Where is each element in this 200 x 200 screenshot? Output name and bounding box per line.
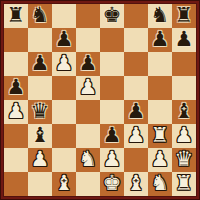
black-queen-icon: ♛ bbox=[31, 100, 50, 123]
square-b6[interactable]: ♟ bbox=[28, 52, 52, 76]
square-d6[interactable]: ♟ bbox=[76, 52, 100, 76]
square-f2[interactable] bbox=[124, 148, 148, 172]
square-b4[interactable]: ♛ bbox=[28, 100, 52, 124]
square-g5[interactable] bbox=[148, 76, 172, 100]
black-pawn-icon: ♟ bbox=[127, 100, 146, 123]
square-a7[interactable] bbox=[4, 28, 28, 52]
square-f1[interactable]: ♝ bbox=[124, 172, 148, 196]
white-rook-icon: ♜ bbox=[151, 124, 170, 147]
square-g1[interactable]: ♞ bbox=[148, 172, 172, 196]
white-pawn-icon: ♟ bbox=[31, 148, 50, 171]
square-a8[interactable]: ♜ bbox=[4, 4, 28, 28]
square-c5[interactable] bbox=[52, 76, 76, 100]
white-pawn-icon: ♟ bbox=[175, 124, 194, 147]
white-pawn-icon: ♟ bbox=[127, 124, 146, 147]
black-rook-icon: ♜ bbox=[175, 4, 194, 27]
black-bishop-icon: ♝ bbox=[31, 124, 50, 147]
square-d4[interactable] bbox=[76, 100, 100, 124]
square-e2[interactable]: ♟ bbox=[100, 148, 124, 172]
square-c4[interactable] bbox=[52, 100, 76, 124]
square-h3[interactable]: ♟ bbox=[172, 124, 196, 148]
square-b5[interactable] bbox=[28, 76, 52, 100]
white-pawn-icon: ♟ bbox=[79, 76, 98, 99]
square-f5[interactable] bbox=[124, 76, 148, 100]
square-g2[interactable]: ♟ bbox=[148, 148, 172, 172]
white-bishop-icon: ♝ bbox=[127, 172, 146, 195]
square-d3[interactable] bbox=[76, 124, 100, 148]
black-pawn-icon: ♟ bbox=[55, 28, 74, 51]
black-king-icon: ♚ bbox=[103, 4, 122, 27]
square-d5[interactable]: ♟ bbox=[76, 76, 100, 100]
square-h2[interactable]: ♛ bbox=[172, 148, 196, 172]
square-b7[interactable] bbox=[28, 28, 52, 52]
square-g8[interactable]: ♞ bbox=[148, 4, 172, 28]
square-e3[interactable]: ♟ bbox=[100, 124, 124, 148]
black-rook-icon: ♜ bbox=[7, 4, 26, 27]
square-d2[interactable]: ♞ bbox=[76, 148, 100, 172]
square-c8[interactable] bbox=[52, 4, 76, 28]
square-c6[interactable]: ♟ bbox=[52, 52, 76, 76]
square-b3[interactable]: ♝ bbox=[28, 124, 52, 148]
black-pawn-icon: ♟ bbox=[175, 28, 194, 51]
square-h6[interactable] bbox=[172, 52, 196, 76]
white-pawn-icon: ♟ bbox=[7, 100, 26, 123]
black-pawn-icon: ♟ bbox=[7, 76, 26, 99]
black-pawn-icon: ♟ bbox=[103, 124, 122, 147]
square-e4[interactable] bbox=[100, 100, 124, 124]
square-b1[interactable] bbox=[28, 172, 52, 196]
square-h1[interactable]: ♜ bbox=[172, 172, 196, 196]
white-pawn-icon: ♟ bbox=[55, 52, 74, 75]
square-c2[interactable] bbox=[52, 148, 76, 172]
square-c3[interactable] bbox=[52, 124, 76, 148]
square-e7[interactable] bbox=[100, 28, 124, 52]
white-bishop-icon: ♝ bbox=[55, 172, 74, 195]
square-h8[interactable]: ♜ bbox=[172, 4, 196, 28]
square-e6[interactable] bbox=[100, 52, 124, 76]
square-a1[interactable] bbox=[4, 172, 28, 196]
square-f4[interactable]: ♟ bbox=[124, 100, 148, 124]
black-knight-icon: ♞ bbox=[151, 4, 170, 27]
white-pawn-icon: ♟ bbox=[103, 148, 122, 171]
white-pawn-icon: ♟ bbox=[151, 148, 170, 171]
square-b2[interactable]: ♟ bbox=[28, 148, 52, 172]
square-c7[interactable]: ♟ bbox=[52, 28, 76, 52]
white-knight-icon: ♞ bbox=[151, 172, 170, 195]
square-a4[interactable]: ♟ bbox=[4, 100, 28, 124]
square-f8[interactable] bbox=[124, 4, 148, 28]
white-king-icon: ♚ bbox=[103, 172, 122, 195]
square-g7[interactable]: ♟ bbox=[148, 28, 172, 52]
board-frame: ♜♞♚♞♜♟♟♟♟♟♟♟♟♟♛♟♝♝♟♟♜♟♟♞♟♟♛♝♚♝♞♜ bbox=[0, 0, 200, 200]
white-queen-icon: ♛ bbox=[175, 148, 194, 171]
square-d8[interactable] bbox=[76, 4, 100, 28]
square-h5[interactable] bbox=[172, 76, 196, 100]
square-d7[interactable] bbox=[76, 28, 100, 52]
black-bishop-icon: ♝ bbox=[175, 100, 194, 123]
square-f3[interactable]: ♟ bbox=[124, 124, 148, 148]
square-e5[interactable] bbox=[100, 76, 124, 100]
black-pawn-icon: ♟ bbox=[79, 52, 98, 75]
black-knight-icon: ♞ bbox=[31, 4, 50, 27]
black-pawn-icon: ♟ bbox=[151, 28, 170, 51]
square-g4[interactable] bbox=[148, 100, 172, 124]
white-rook-icon: ♜ bbox=[175, 172, 194, 195]
square-c1[interactable]: ♝ bbox=[52, 172, 76, 196]
chess-board: ♜♞♚♞♜♟♟♟♟♟♟♟♟♟♛♟♝♝♟♟♜♟♟♞♟♟♛♝♚♝♞♜ bbox=[4, 4, 196, 196]
square-a2[interactable] bbox=[4, 148, 28, 172]
square-a3[interactable] bbox=[4, 124, 28, 148]
square-b8[interactable]: ♞ bbox=[28, 4, 52, 28]
square-e1[interactable]: ♚ bbox=[100, 172, 124, 196]
square-g3[interactable]: ♜ bbox=[148, 124, 172, 148]
square-d1[interactable] bbox=[76, 172, 100, 196]
square-h7[interactable]: ♟ bbox=[172, 28, 196, 52]
black-pawn-icon: ♟ bbox=[31, 52, 50, 75]
square-g6[interactable] bbox=[148, 52, 172, 76]
square-a6[interactable] bbox=[4, 52, 28, 76]
square-h4[interactable]: ♝ bbox=[172, 100, 196, 124]
square-e8[interactable]: ♚ bbox=[100, 4, 124, 28]
square-f6[interactable] bbox=[124, 52, 148, 76]
square-a5[interactable]: ♟ bbox=[4, 76, 28, 100]
white-knight-icon: ♞ bbox=[79, 148, 98, 171]
square-f7[interactable] bbox=[124, 28, 148, 52]
